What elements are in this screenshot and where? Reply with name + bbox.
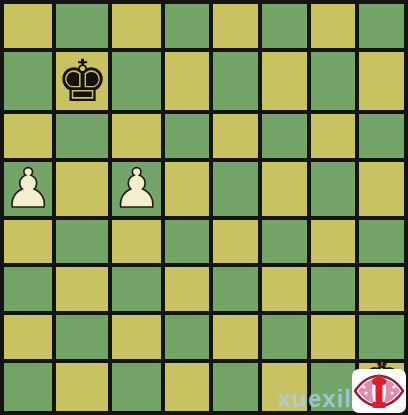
square-h6[interactable] xyxy=(359,114,404,158)
square-g7[interactable] xyxy=(311,52,356,110)
square-d7[interactable] xyxy=(165,52,210,110)
square-b4[interactable] xyxy=(56,220,108,264)
square-c2[interactable] xyxy=(112,315,160,359)
square-g1[interactable] xyxy=(311,363,356,411)
square-e4[interactable] xyxy=(213,220,258,264)
square-b8[interactable] xyxy=(56,4,108,48)
square-e3[interactable] xyxy=(213,267,258,311)
piece-white-pawn: ♟ xyxy=(112,162,160,216)
square-a6[interactable] xyxy=(4,114,52,158)
square-a8[interactable] xyxy=(4,4,52,48)
square-g2[interactable] xyxy=(311,315,356,359)
square-b2[interactable] xyxy=(56,315,108,359)
square-d8[interactable] xyxy=(165,4,210,48)
square-a7[interactable] xyxy=(4,52,52,110)
square-c1[interactable] xyxy=(112,363,160,411)
square-f4[interactable] xyxy=(262,220,307,264)
xuexila-logo-icon xyxy=(352,369,406,413)
square-g3[interactable] xyxy=(311,267,356,311)
square-b6[interactable] xyxy=(56,114,108,158)
square-d1[interactable] xyxy=(165,363,210,411)
square-e5[interactable] xyxy=(213,162,258,216)
square-h8[interactable] xyxy=(359,4,404,48)
square-b3[interactable] xyxy=(56,267,108,311)
square-f7[interactable] xyxy=(262,52,307,110)
piece-black-king: ♚ xyxy=(56,52,108,110)
square-e1[interactable] xyxy=(213,363,258,411)
square-e7[interactable] xyxy=(213,52,258,110)
square-g8[interactable] xyxy=(311,4,356,48)
square-g5[interactable] xyxy=(311,162,356,216)
square-c7[interactable] xyxy=(112,52,160,110)
square-b1[interactable] xyxy=(56,363,108,411)
square-e6[interactable] xyxy=(213,114,258,158)
square-h2[interactable] xyxy=(359,315,404,359)
chess-diagram: ♚♟♟♚ xuexila. xyxy=(0,0,408,415)
square-h3[interactable] xyxy=(359,267,404,311)
square-f2[interactable] xyxy=(262,315,307,359)
square-f6[interactable] xyxy=(262,114,307,158)
square-e8[interactable] xyxy=(213,4,258,48)
square-d6[interactable] xyxy=(165,114,210,158)
square-b5[interactable] xyxy=(56,162,108,216)
square-a4[interactable] xyxy=(4,220,52,264)
square-d5[interactable] xyxy=(165,162,210,216)
square-a2[interactable] xyxy=(4,315,52,359)
square-c4[interactable] xyxy=(112,220,160,264)
board: ♚♟♟♚ xyxy=(0,0,408,415)
square-c6[interactable] xyxy=(112,114,160,158)
square-a1[interactable] xyxy=(4,363,52,411)
square-f1[interactable] xyxy=(262,363,307,411)
square-h5[interactable] xyxy=(359,162,404,216)
square-b7[interactable]: ♚ xyxy=(56,52,108,110)
square-a5[interactable]: ♟ xyxy=(4,162,52,216)
square-c5[interactable]: ♟ xyxy=(112,162,160,216)
square-a3[interactable] xyxy=(4,267,52,311)
square-g6[interactable] xyxy=(311,114,356,158)
square-c3[interactable] xyxy=(112,267,160,311)
square-f8[interactable] xyxy=(262,4,307,48)
square-h7[interactable] xyxy=(359,52,404,110)
square-h4[interactable] xyxy=(359,220,404,264)
square-g4[interactable] xyxy=(311,220,356,264)
square-f3[interactable] xyxy=(262,267,307,311)
square-d4[interactable] xyxy=(165,220,210,264)
square-c8[interactable] xyxy=(112,4,160,48)
square-f5[interactable] xyxy=(262,162,307,216)
square-d3[interactable] xyxy=(165,267,210,311)
square-e2[interactable] xyxy=(213,315,258,359)
square-d2[interactable] xyxy=(165,315,210,359)
piece-white-pawn: ♟ xyxy=(4,162,52,216)
